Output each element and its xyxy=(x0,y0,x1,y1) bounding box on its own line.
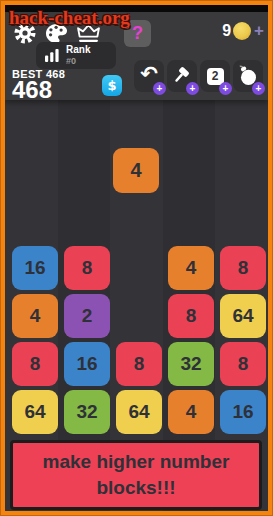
grid-cell-r4c3: 64 xyxy=(116,390,162,434)
swap-block-icon: 2 xyxy=(207,68,224,85)
grid-cell-r3c5: 8 xyxy=(220,342,266,386)
hammer-buy-badge[interactable]: + xyxy=(186,82,199,95)
grid-cell-r3c1: 8 xyxy=(12,342,58,386)
bar-chart-icon xyxy=(45,49,59,62)
grid-cell-r1c4: 4 xyxy=(168,246,214,290)
device-frame: hack-cheat.org xyxy=(0,0,273,516)
grid-cell-r1c3 xyxy=(116,246,162,290)
rank-value: #0 xyxy=(66,57,90,66)
undo-buy-badge[interactable]: + xyxy=(153,82,166,95)
grid-cell-r3c3: 8 xyxy=(116,342,162,386)
board-grid: 16848428648168328643264416 xyxy=(12,246,266,434)
undo-button[interactable]: ↶ + xyxy=(134,60,164,92)
question-mark-icon: ? xyxy=(132,23,143,44)
watermark-text: hack-cheat.org xyxy=(9,7,130,29)
rank-label: Rank xyxy=(66,45,90,55)
grid-cell-r3c4: 32 xyxy=(168,342,214,386)
grid-cell-r2c5: 64 xyxy=(220,294,266,338)
grid-cell-r2c1: 4 xyxy=(12,294,58,338)
grid-cell-r4c2: 32 xyxy=(64,390,110,434)
swap-button[interactable]: 2 + xyxy=(200,60,230,92)
coin-count: 9 xyxy=(222,22,231,40)
grid-cell-r2c3 xyxy=(116,294,162,338)
grid-cell-r4c5: 16 xyxy=(220,390,266,434)
grid-cell-r4c1: 64 xyxy=(12,390,58,434)
rank-badge[interactable]: Rank #0 xyxy=(36,42,116,69)
rank-text: Rank #0 xyxy=(66,45,90,66)
dollar-icon: $ xyxy=(107,78,116,93)
play-area: 4 16848428648168328643264416 make higher… xyxy=(5,100,268,511)
undo-arrow-icon: ↶ xyxy=(140,64,158,85)
grid-cell-r3c2: 16 xyxy=(64,342,110,386)
goal-banner-line2: blocks!!! xyxy=(13,475,259,501)
coin-counter: 9 + xyxy=(222,21,267,41)
goal-banner: make higher number blocks!!! xyxy=(10,440,262,510)
add-coins-button[interactable]: + xyxy=(253,21,267,41)
bomb-button[interactable]: + xyxy=(233,60,263,92)
booster-bar: ↶ + + 2 + xyxy=(134,60,263,92)
grid-cell-r1c5: 8 xyxy=(220,246,266,290)
grid-cell-r1c2: 8 xyxy=(64,246,110,290)
grid-cell-r2c4: 8 xyxy=(168,294,214,338)
goal-banner-line1: make higher number xyxy=(13,449,259,475)
grid-cell-r4c4: 4 xyxy=(168,390,214,434)
current-score: 468 xyxy=(12,76,52,104)
game-screen: hack-cheat.org xyxy=(5,5,268,511)
falling-block: 4 xyxy=(113,148,159,193)
cash-button[interactable]: $ xyxy=(102,75,122,96)
swap-buy-badge[interactable]: + xyxy=(219,82,232,95)
grid-cell-r2c2: 2 xyxy=(64,294,110,338)
coin-icon xyxy=(233,22,251,40)
bomb-buy-badge[interactable]: + xyxy=(252,82,265,95)
hammer-button[interactable]: + xyxy=(167,60,197,92)
grid-cell-r1c1: 16 xyxy=(12,246,58,290)
